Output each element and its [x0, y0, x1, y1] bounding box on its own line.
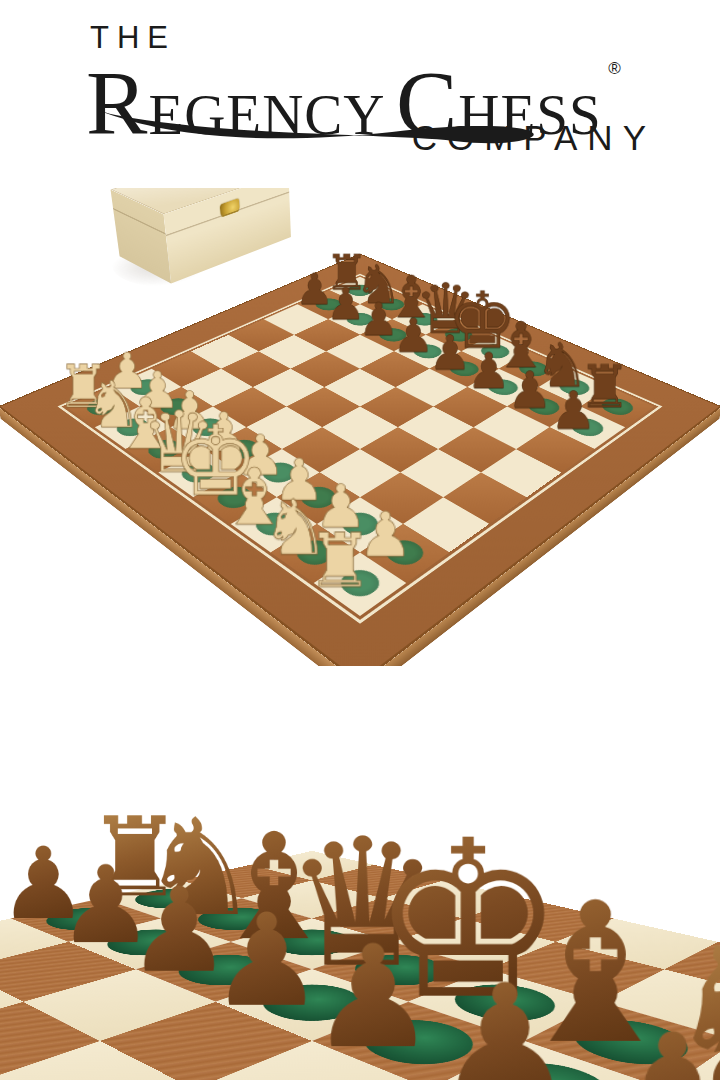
closeup-board-grid: ♜♞♝♛♚♝♞♜♟♟♟♟♟♟♟♟: [0, 851, 720, 1080]
dark-pieces-closeup: ♜♞♝♛♚♝♞♜♟♟♟♟♟♟♟♟: [0, 666, 720, 1080]
chess-set-scene: ♜♞♝♛♚♝♞♜♟♟♟♟♟♟♟♟♟♟♟♟♟♟♟♟♜♞♝♛♚♝♞♜: [0, 188, 720, 666]
brand-logo: THE Regency Chess ® COMPANY: [0, 0, 720, 188]
table-plane: ♜♞♝♛♚♝♞♜♟♟♟♟♟♟♟♟♟♟♟♟♟♟♟♟♜♞♝♛♚♝♞♜: [0, 254, 720, 666]
main-board-grid: ♜♞♝♛♚♝♞♜♟♟♟♟♟♟♟♟♟♟♟♟♟♟♟♟♜♞♝♛♚♝♞♜: [66, 277, 654, 616]
chess-board: ♜♞♝♛♚♝♞♜♟♟♟♟♟♟♟♟♟♟♟♟♟♟♟♟♜♞♝♛♚♝♞♜: [0, 254, 720, 666]
closeup-piece-black-pawn: ♟: [446, 1020, 720, 1080]
piece-white-rook: ♜: [263, 526, 416, 596]
product-photo-page: THE Regency Chess ® COMPANY: [0, 0, 720, 1080]
closeup-board-plane: ♜♞♝♛♚♝♞♜♟♟♟♟♟♟♟♟: [0, 851, 720, 1080]
registered-trademark-symbol: ®: [608, 59, 621, 79]
piece-black-pawn: ♟: [511, 387, 636, 437]
square-h7: ♟: [549, 407, 625, 450]
square-h1: ♜: [314, 552, 407, 616]
logo-word-company: COMPANY: [0, 118, 656, 158]
